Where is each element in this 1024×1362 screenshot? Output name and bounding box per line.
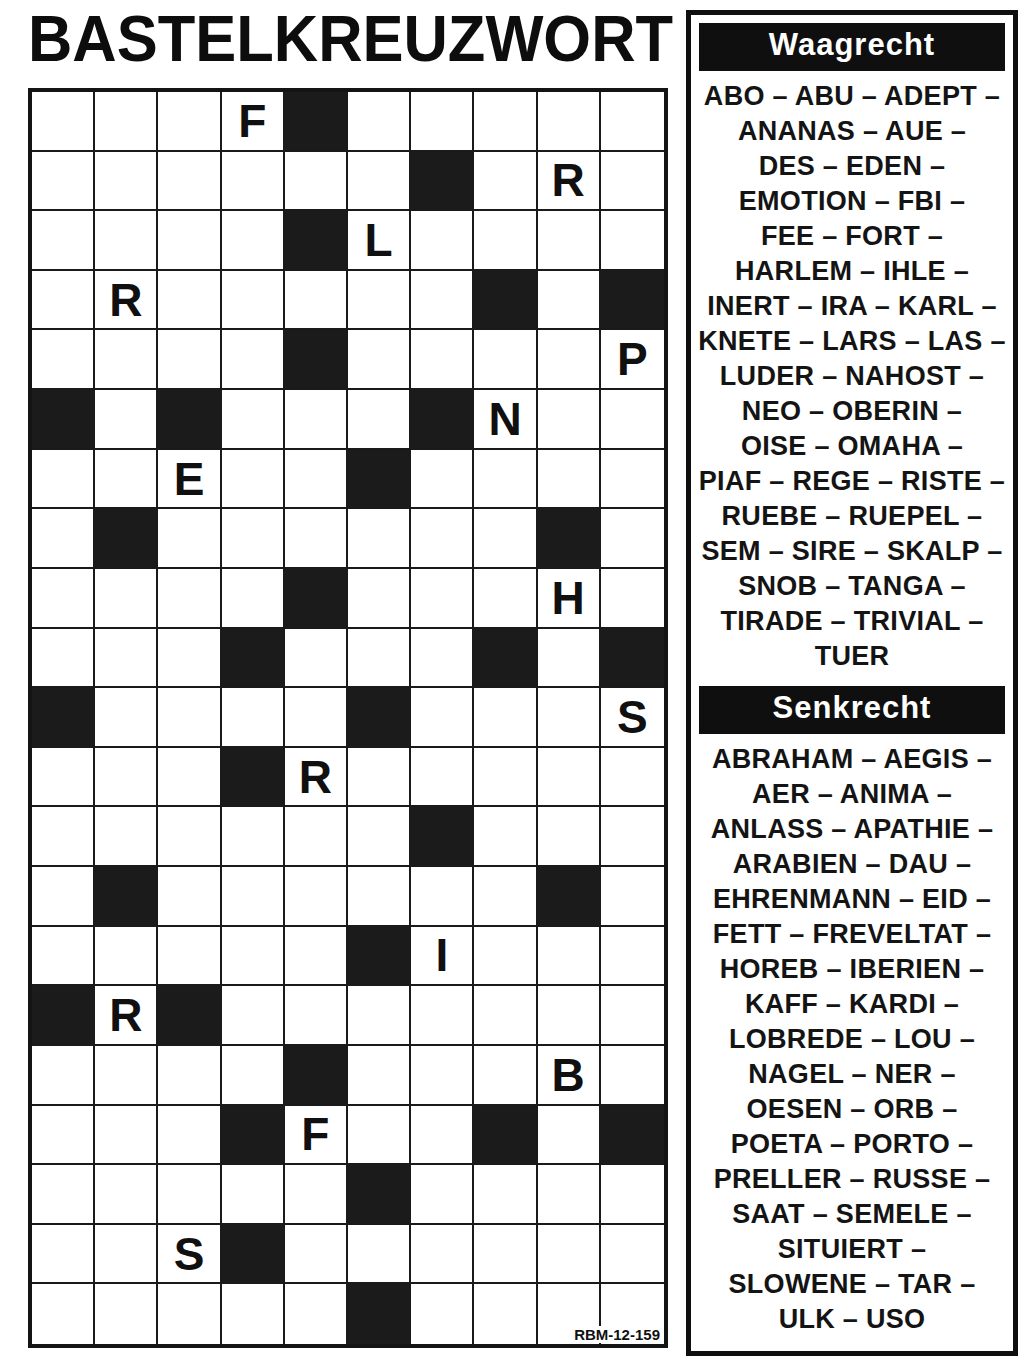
cell-r21c7[interactable] — [411, 1284, 474, 1344]
word-list-line: ANANAS – AUE – — [693, 114, 1011, 149]
word-list-line: NAGEL – NER – — [693, 1057, 1011, 1092]
word-list-line: ANLASS – APATHIE – — [693, 812, 1011, 847]
cell-r1c5 — [285, 92, 348, 152]
cell-r4c2[interactable]: R — [95, 271, 158, 331]
cell-r2c2[interactable] — [95, 152, 158, 212]
cell-r10c1[interactable] — [32, 629, 95, 689]
cell-r8c1[interactable] — [32, 509, 95, 569]
cell-r12c1[interactable] — [32, 748, 95, 808]
cell-r20c9[interactable] — [538, 1225, 601, 1285]
cell-r14c1[interactable] — [32, 867, 95, 927]
cell-r3c4[interactable] — [222, 211, 285, 271]
cell-r11c10[interactable]: S — [601, 688, 664, 748]
cell-r3c5 — [285, 211, 348, 271]
cell-r17c1[interactable] — [32, 1046, 95, 1106]
word-list-line: EMOTION – FBI – — [693, 184, 1011, 219]
cell-r16c10[interactable] — [601, 986, 664, 1046]
cell-r18c8 — [474, 1106, 537, 1166]
cell-r3c9[interactable] — [538, 211, 601, 271]
cell-r14c2 — [95, 867, 158, 927]
cell-r17c5 — [285, 1046, 348, 1106]
cell-r8c5[interactable] — [285, 509, 348, 569]
cell-r7c7[interactable] — [411, 450, 474, 510]
cell-r19c6 — [348, 1165, 411, 1225]
word-list-line: HOREB – IBERIEN – — [693, 952, 1011, 987]
cell-r20c8[interactable] — [474, 1225, 537, 1285]
cell-r11c8[interactable] — [474, 688, 537, 748]
word-list-line: FEE – FORT – — [693, 219, 1011, 254]
cell-r17c10[interactable] — [601, 1046, 664, 1106]
cell-r15c5[interactable] — [285, 927, 348, 987]
cell-r13c3[interactable] — [158, 807, 221, 867]
cell-r20c5[interactable] — [285, 1225, 348, 1285]
cell-r18c6[interactable] — [348, 1106, 411, 1166]
cell-r5c2[interactable] — [95, 330, 158, 390]
cell-r5c8[interactable] — [474, 330, 537, 390]
cell-r13c6[interactable] — [348, 807, 411, 867]
cell-r16c4[interactable] — [222, 986, 285, 1046]
word-list-line: DES – EDEN – — [693, 149, 1011, 184]
cell-r19c8[interactable] — [474, 1165, 537, 1225]
cell-r5c9[interactable] — [538, 330, 601, 390]
word-list-line: PIAF – REGE – RISTE – — [693, 464, 1011, 499]
cell-r6c2[interactable] — [95, 390, 158, 450]
cell-r11c9[interactable] — [538, 688, 601, 748]
cell-r17c6[interactable] — [348, 1046, 411, 1106]
word-list-line: KAFF – KARDI – — [693, 987, 1011, 1022]
word-list-line: KNETE – LARS – LAS – — [693, 324, 1011, 359]
cell-r8c4[interactable] — [222, 509, 285, 569]
cell-r20c1[interactable] — [32, 1225, 95, 1285]
word-list-line: FETT – FREVELTAT – — [693, 917, 1011, 952]
cell-r2c7 — [411, 152, 474, 212]
cell-r7c5[interactable] — [285, 450, 348, 510]
cell-r17c8[interactable] — [474, 1046, 537, 1106]
cell-r13c2[interactable] — [95, 807, 158, 867]
cell-r13c8[interactable] — [474, 807, 537, 867]
word-list-line: ABRAHAM – AEGIS – — [693, 742, 1011, 777]
cell-r18c2[interactable] — [95, 1106, 158, 1166]
cell-r1c8[interactable] — [474, 92, 537, 152]
cell-r15c4[interactable] — [222, 927, 285, 987]
word-list-line: ABO – ABU – ADEPT – — [693, 79, 1011, 114]
word-list-line: RUEBE – RUEPEL – — [693, 499, 1011, 534]
down-word-list: ABRAHAM – AEGIS –AER – ANIMA –ANLASS – A… — [693, 742, 1011, 1337]
cell-r15c7[interactable]: I — [411, 927, 474, 987]
cell-r7c6 — [348, 450, 411, 510]
cell-r2c3[interactable] — [158, 152, 221, 212]
cell-r14c5[interactable] — [285, 867, 348, 927]
cell-r8c7[interactable] — [411, 509, 474, 569]
cell-r5c7[interactable] — [411, 330, 474, 390]
cell-r18c4 — [222, 1106, 285, 1166]
cell-r12c7[interactable] — [411, 748, 474, 808]
cell-r10c8 — [474, 629, 537, 689]
cell-r21c2[interactable] — [95, 1284, 158, 1344]
word-list-line: OISE – OMAHA – — [693, 429, 1011, 464]
cell-r16c7[interactable] — [411, 986, 474, 1046]
cell-r14c9 — [538, 867, 601, 927]
cell-r17c2[interactable] — [95, 1046, 158, 1106]
cell-r7c1[interactable] — [32, 450, 95, 510]
cell-r18c10 — [601, 1106, 664, 1166]
cell-r18c9[interactable] — [538, 1106, 601, 1166]
cell-r11c6 — [348, 688, 411, 748]
cell-r1c6[interactable] — [348, 92, 411, 152]
cell-r11c7[interactable] — [411, 688, 474, 748]
cell-r15c10[interactable] — [601, 927, 664, 987]
cell-r16c5[interactable] — [285, 986, 348, 1046]
cell-r6c7 — [411, 390, 474, 450]
cell-r6c4[interactable] — [222, 390, 285, 450]
cell-r5c4[interactable] — [222, 330, 285, 390]
cell-r16c1 — [32, 986, 95, 1046]
cell-r16c2[interactable]: R — [95, 986, 158, 1046]
cell-r4c8 — [474, 271, 537, 331]
cell-r17c9[interactable]: B — [538, 1046, 601, 1106]
cell-r7c4[interactable] — [222, 450, 285, 510]
puzzle-title: BASTELKREUZWORT — [28, 2, 673, 76]
cell-r12c3[interactable] — [158, 748, 221, 808]
cell-r10c4 — [222, 629, 285, 689]
clue-panel: Waagrecht ABO – ABU – ADEPT –ANANAS – AU… — [686, 10, 1018, 1356]
puzzle-id: RBM-12-159 — [572, 1326, 662, 1343]
cell-r18c5[interactable]: F — [285, 1106, 348, 1166]
cell-r18c3[interactable] — [158, 1106, 221, 1166]
cell-r9c7[interactable] — [411, 569, 474, 629]
cell-r20c2[interactable] — [95, 1225, 158, 1285]
cell-r15c6 — [348, 927, 411, 987]
cell-r6c1 — [32, 390, 95, 450]
word-list-line: LOBREDE – LOU – — [693, 1022, 1011, 1057]
cell-r8c3[interactable] — [158, 509, 221, 569]
cell-r7c3[interactable]: E — [158, 450, 221, 510]
cell-r20c4 — [222, 1225, 285, 1285]
across-word-list: ABO – ABU – ADEPT –ANANAS – AUE –DES – E… — [693, 79, 1011, 674]
cell-r3c10[interactable] — [601, 211, 664, 271]
cell-r4c9[interactable] — [538, 271, 601, 331]
word-list-line: SITUIERT – — [693, 1232, 1011, 1267]
word-list-line: TUER — [693, 639, 1011, 674]
cell-r19c4[interactable] — [222, 1165, 285, 1225]
cell-r5c10[interactable]: P — [601, 330, 664, 390]
cell-r19c10[interactable] — [601, 1165, 664, 1225]
cell-r10c2[interactable] — [95, 629, 158, 689]
cell-r21c1[interactable] — [32, 1284, 95, 1344]
word-list-line: EHRENMANN – EID – — [693, 882, 1011, 917]
word-list-line: ULK – USO — [693, 1302, 1011, 1337]
word-list-line: SEM – SIRE – SKALP – — [693, 534, 1011, 569]
cell-r10c10 — [601, 629, 664, 689]
word-list-line: LUDER – NAHOST – — [693, 359, 1011, 394]
word-list-line: SAAT – SEMELE – — [693, 1197, 1011, 1232]
word-list-line: AER – ANIMA – — [693, 777, 1011, 812]
cell-r6c10[interactable] — [601, 390, 664, 450]
cell-r6c6[interactable] — [348, 390, 411, 450]
cell-r21c6 — [348, 1284, 411, 1344]
cell-r14c10[interactable] — [601, 867, 664, 927]
cell-r13c9[interactable] — [538, 807, 601, 867]
cell-r10c5[interactable] — [285, 629, 348, 689]
cell-r9c1[interactable] — [32, 569, 95, 629]
cell-r5c3[interactable] — [158, 330, 221, 390]
cell-r11c1 — [32, 688, 95, 748]
cell-r5c1[interactable] — [32, 330, 95, 390]
cell-r8c2 — [95, 509, 158, 569]
cell-r15c2[interactable] — [95, 927, 158, 987]
cell-r6c9[interactable] — [538, 390, 601, 450]
cell-r3c7[interactable] — [411, 211, 474, 271]
word-list-line: ARABIEN – DAU – — [693, 847, 1011, 882]
cell-r16c6[interactable] — [348, 986, 411, 1046]
cell-r11c3[interactable] — [158, 688, 221, 748]
cell-r14c6[interactable] — [348, 867, 411, 927]
cell-r7c2[interactable] — [95, 450, 158, 510]
cell-r14c4[interactable] — [222, 867, 285, 927]
cell-r1c2[interactable] — [95, 92, 158, 152]
cell-r9c10[interactable] — [601, 569, 664, 629]
cell-r12c9[interactable] — [538, 748, 601, 808]
cell-r11c2[interactable] — [95, 688, 158, 748]
cell-r9c9[interactable]: H — [538, 569, 601, 629]
cell-r14c7[interactable] — [411, 867, 474, 927]
word-list-line: OESEN – ORB – — [693, 1092, 1011, 1127]
cell-r4c10 — [601, 271, 664, 331]
cell-r8c10[interactable] — [601, 509, 664, 569]
cell-r6c8[interactable]: N — [474, 390, 537, 450]
cell-r12c4 — [222, 748, 285, 808]
cell-r15c8[interactable] — [474, 927, 537, 987]
word-list-line: POETA – PORTO – — [693, 1127, 1011, 1162]
cell-r1c4[interactable]: F — [222, 92, 285, 152]
cell-r18c1[interactable] — [32, 1106, 95, 1166]
cell-r2c9[interactable]: R — [538, 152, 601, 212]
cell-r9c3[interactable] — [158, 569, 221, 629]
cell-r7c9[interactable] — [538, 450, 601, 510]
cell-r6c3 — [158, 390, 221, 450]
word-list-line: TIRADE – TRIVIAL – — [693, 604, 1011, 639]
cell-r14c8[interactable] — [474, 867, 537, 927]
cell-r13c1[interactable] — [32, 807, 95, 867]
cell-r2c8[interactable] — [474, 152, 537, 212]
cell-r9c5 — [285, 569, 348, 629]
cell-r7c10[interactable] — [601, 450, 664, 510]
cell-r4c4[interactable] — [222, 271, 285, 331]
cell-r17c3[interactable] — [158, 1046, 221, 1106]
cell-r18c7[interactable] — [411, 1106, 474, 1166]
cell-r3c3[interactable] — [158, 211, 221, 271]
cell-r3c6[interactable]: L — [348, 211, 411, 271]
cell-r10c6[interactable] — [348, 629, 411, 689]
word-list-line: SNOB – TANGA – — [693, 569, 1011, 604]
cell-r12c2[interactable] — [95, 748, 158, 808]
cell-r2c5[interactable] — [285, 152, 348, 212]
cell-r11c4[interactable] — [222, 688, 285, 748]
cell-r8c6[interactable] — [348, 509, 411, 569]
cell-r8c9 — [538, 509, 601, 569]
cell-r21c5[interactable] — [285, 1284, 348, 1344]
cell-r3c2[interactable] — [95, 211, 158, 271]
cell-r4c5[interactable] — [285, 271, 348, 331]
cell-r1c7[interactable] — [411, 92, 474, 152]
across-header: Waagrecht — [699, 23, 1005, 71]
cell-r9c8[interactable] — [474, 569, 537, 629]
cell-r4c6[interactable] — [348, 271, 411, 331]
crossword-grid: RBM-12-159 FRLRPNEHSRIRBFS — [28, 88, 668, 1348]
cell-r9c4[interactable] — [222, 569, 285, 629]
cell-r13c10[interactable] — [601, 807, 664, 867]
cell-r7c8[interactable] — [474, 450, 537, 510]
cell-r9c2[interactable] — [95, 569, 158, 629]
cell-r11c5[interactable] — [285, 688, 348, 748]
cell-r6c5[interactable] — [285, 390, 348, 450]
cell-r19c5[interactable] — [285, 1165, 348, 1225]
cell-r17c4[interactable] — [222, 1046, 285, 1106]
cell-r3c8[interactable] — [474, 211, 537, 271]
cell-r1c10[interactable] — [601, 92, 664, 152]
cell-r1c1[interactable] — [32, 92, 95, 152]
cell-r10c9[interactable] — [538, 629, 601, 689]
cell-r2c4[interactable] — [222, 152, 285, 212]
down-header: Senkrecht — [699, 686, 1005, 734]
cell-r13c4[interactable] — [222, 807, 285, 867]
cell-r2c10[interactable] — [601, 152, 664, 212]
cell-r17c7[interactable] — [411, 1046, 474, 1106]
cell-r16c3 — [158, 986, 221, 1046]
cell-r19c1[interactable] — [32, 1165, 95, 1225]
cell-r15c9[interactable] — [538, 927, 601, 987]
cell-r12c8[interactable] — [474, 748, 537, 808]
cell-r14c3[interactable] — [158, 867, 221, 927]
cell-r3c1[interactable] — [32, 211, 95, 271]
cell-r2c6[interactable] — [348, 152, 411, 212]
word-list-line: PRELLER – RUSSE – — [693, 1162, 1011, 1197]
cell-r13c5[interactable] — [285, 807, 348, 867]
cell-r21c3[interactable] — [158, 1284, 221, 1344]
cell-r19c7[interactable] — [411, 1165, 474, 1225]
cell-r13c7 — [411, 807, 474, 867]
cell-r4c3[interactable] — [158, 271, 221, 331]
cell-r4c1[interactable] — [32, 271, 95, 331]
cell-r20c3[interactable]: S — [158, 1225, 221, 1285]
cell-r8c8[interactable] — [474, 509, 537, 569]
cell-r19c3[interactable] — [158, 1165, 221, 1225]
word-list-line: NEO – OBERIN – — [693, 394, 1011, 429]
word-list-line: SLOWENE – TAR – — [693, 1267, 1011, 1302]
cell-r19c2[interactable] — [95, 1165, 158, 1225]
word-list-line: HARLEM – IHLE – — [693, 254, 1011, 289]
cell-r21c8[interactable] — [474, 1284, 537, 1344]
cell-r16c8[interactable] — [474, 986, 537, 1046]
cell-r4c7[interactable] — [411, 271, 474, 331]
word-list-line: INERT – IRA – KARL – — [693, 289, 1011, 324]
cell-r1c3[interactable] — [158, 92, 221, 152]
cell-r5c6[interactable] — [348, 330, 411, 390]
cell-r2c1[interactable] — [32, 152, 95, 212]
cell-r12c6[interactable] — [348, 748, 411, 808]
cell-r12c10[interactable] — [601, 748, 664, 808]
cell-r5c5 — [285, 330, 348, 390]
cell-r20c7[interactable] — [411, 1225, 474, 1285]
cell-r19c9[interactable] — [538, 1165, 601, 1225]
cell-r9c6[interactable] — [348, 569, 411, 629]
cell-r15c1[interactable] — [32, 927, 95, 987]
cell-r15c3[interactable] — [158, 927, 221, 987]
cell-r20c10[interactable] — [601, 1225, 664, 1285]
cell-r12c5[interactable]: R — [285, 748, 348, 808]
cell-r16c9[interactable] — [538, 986, 601, 1046]
cell-r20c6[interactable] — [348, 1225, 411, 1285]
cell-r21c4[interactable] — [222, 1284, 285, 1344]
cell-r10c7[interactable] — [411, 629, 474, 689]
cell-r10c3[interactable] — [158, 629, 221, 689]
cell-r1c9[interactable] — [538, 92, 601, 152]
